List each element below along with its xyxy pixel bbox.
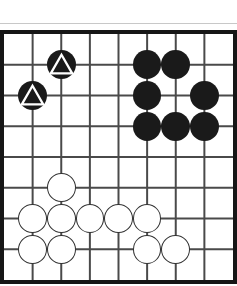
white-stone xyxy=(104,204,133,233)
board-point xyxy=(133,203,162,234)
triangle-mark-icon xyxy=(47,50,76,79)
white-stone xyxy=(161,235,190,264)
board-point xyxy=(133,234,162,265)
stones-grid xyxy=(0,19,237,286)
board-point xyxy=(18,234,47,265)
board-point xyxy=(104,203,133,234)
white-stone xyxy=(18,204,47,233)
board-point xyxy=(190,111,219,142)
black-stone xyxy=(190,81,219,110)
go-diagram xyxy=(0,0,237,286)
board-point xyxy=(47,234,76,265)
board-point xyxy=(47,203,76,234)
white-stone xyxy=(47,235,76,264)
board-point xyxy=(161,111,190,142)
black-stone-triangle-marked xyxy=(18,81,47,110)
black-stone-triangle-marked xyxy=(47,50,76,79)
triangle-mark-icon xyxy=(18,81,47,110)
board-point xyxy=(133,80,162,111)
black-stone xyxy=(133,81,162,110)
white-stone xyxy=(133,235,162,264)
board-point xyxy=(133,49,162,80)
white-stone xyxy=(47,204,76,233)
board-point xyxy=(18,80,47,111)
white-stone xyxy=(133,204,162,233)
black-stone xyxy=(133,50,162,79)
board-inner xyxy=(4,34,233,280)
board-point xyxy=(18,203,47,234)
board-point xyxy=(76,203,105,234)
board-point xyxy=(161,234,190,265)
black-stone xyxy=(190,112,219,141)
white-stone xyxy=(47,173,76,202)
white-stone xyxy=(18,235,47,264)
board-point xyxy=(190,80,219,111)
board-point xyxy=(133,111,162,142)
go-board xyxy=(0,30,237,284)
black-stone xyxy=(133,112,162,141)
black-stone xyxy=(161,112,190,141)
board-point xyxy=(47,172,76,203)
board-point xyxy=(161,49,190,80)
board-point xyxy=(47,49,76,80)
white-stone xyxy=(76,204,105,233)
black-stone xyxy=(161,50,190,79)
